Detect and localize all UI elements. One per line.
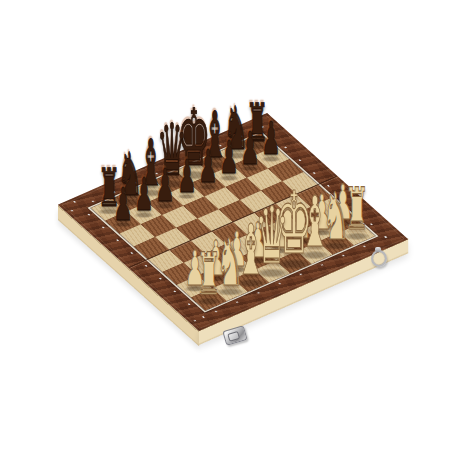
chess-set-photo: ♜♞♝♛♚♝♞♜♟♟♟♟♟♟♟♟♟♟♟♟♟♟♟♟♜♞♝♛♚♝♞♜ <box>0 0 470 470</box>
side-ring-icon <box>371 250 387 267</box>
chess-board <box>58 113 408 331</box>
